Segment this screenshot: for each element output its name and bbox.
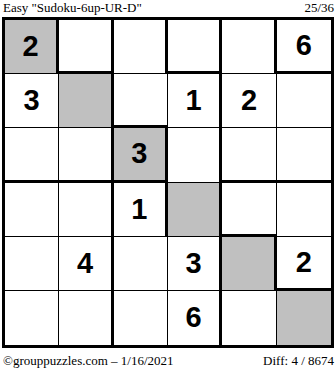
grid-cell-r3c2[interactable] — [59, 128, 113, 182]
sudoku-grid: 26312314326 — [2, 17, 334, 348]
copyright-text: ©grouppuzzles.com – 1/16/2021 — [3, 353, 174, 368]
grid-cell-r1c4[interactable] — [168, 20, 222, 74]
grid-cell-r2c5[interactable]: 2 — [222, 74, 276, 128]
grid-cell-r2c2[interactable] — [59, 74, 113, 128]
header: Easy "Sudoku-6up-UR-D" 25/36 — [3, 0, 334, 16]
grid-cell-r1c6[interactable]: 6 — [277, 20, 331, 74]
footer: ©grouppuzzles.com – 1/16/2021 Diff: 4 / … — [3, 352, 334, 368]
grid-cell-r3c3[interactable]: 3 — [114, 128, 168, 182]
grid-cell-r2c4[interactable]: 1 — [168, 74, 222, 128]
grid-cell-r6c3[interactable] — [114, 291, 168, 345]
grid-cell-r4c4[interactable] — [168, 183, 222, 237]
grid-cell-r5c6[interactable]: 2 — [277, 237, 331, 291]
grid-cell-r2c6[interactable] — [277, 74, 331, 128]
grid-cell-r5c4[interactable]: 3 — [168, 237, 222, 291]
grid-cell-r2c3[interactable] — [114, 74, 168, 128]
grid-cell-r3c5[interactable] — [222, 128, 276, 182]
sudoku-page: Easy "Sudoku-6up-UR-D" 25/36 26312314326… — [0, 0, 336, 370]
grid-cell-r6c4[interactable]: 6 — [168, 291, 222, 345]
grid-cell-r5c3[interactable] — [114, 237, 168, 291]
grid-cell-r4c2[interactable] — [59, 183, 113, 237]
grid-cell-r5c2[interactable]: 4 — [59, 237, 113, 291]
grid-cell-r4c1[interactable] — [5, 183, 59, 237]
grid-cell-r4c6[interactable] — [277, 183, 331, 237]
grid-cell-r1c5[interactable] — [222, 20, 276, 74]
grid-cell-r6c6[interactable] — [277, 291, 331, 345]
grid-cell-r6c2[interactable] — [59, 291, 113, 345]
grid-cell-r2c1[interactable]: 3 — [5, 74, 59, 128]
grid-cell-r6c5[interactable] — [222, 291, 276, 345]
grid-cell-r3c1[interactable] — [5, 128, 59, 182]
grid-cell-r6c1[interactable] — [5, 291, 59, 345]
grid-cell-r3c6[interactable] — [277, 128, 331, 182]
grid-cell-r1c2[interactable] — [59, 20, 113, 74]
given-count: 25/36 — [304, 0, 334, 15]
grid-cell-r5c1[interactable] — [5, 237, 59, 291]
puzzle-title: Easy "Sudoku-6up-UR-D" — [3, 0, 142, 15]
grid-cell-r4c3[interactable]: 1 — [114, 183, 168, 237]
difficulty-text: Diff: 4 / 8674 — [263, 353, 334, 368]
grid-cell-r1c3[interactable] — [114, 20, 168, 74]
grid-cell-r1c1[interactable]: 2 — [5, 20, 59, 74]
grid-cell-r4c5[interactable] — [222, 183, 276, 237]
grid-cell-r3c4[interactable] — [168, 128, 222, 182]
grid-cell-r5c5[interactable] — [222, 237, 276, 291]
